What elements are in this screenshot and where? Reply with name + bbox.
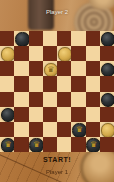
board-square[interactable]	[43, 122, 57, 137]
board-square[interactable]	[0, 92, 14, 107]
checkers-board: ♛♛♛♛♛	[0, 31, 114, 152]
board-square[interactable]	[86, 92, 100, 107]
checker-piece-dark[interactable]	[101, 93, 114, 108]
board-square[interactable]	[71, 137, 85, 152]
board-square[interactable]: ♛	[0, 137, 14, 152]
board-square[interactable]: ♛	[86, 137, 100, 152]
board-square[interactable]	[86, 107, 100, 122]
board-square[interactable]	[14, 122, 28, 137]
board-square[interactable]	[86, 61, 100, 76]
board-square[interactable]	[0, 31, 14, 46]
board-square[interactable]	[86, 31, 100, 46]
checker-piece-dark[interactable]: ♛	[29, 138, 44, 153]
board-square[interactable]	[14, 92, 28, 107]
opponent-bar: Player 2	[0, 0, 114, 31]
board-square[interactable]	[100, 107, 114, 122]
board-square[interactable]	[100, 76, 114, 91]
board-square[interactable]	[100, 122, 114, 137]
checker-piece-dark[interactable]	[101, 63, 114, 78]
checker-piece-dark[interactable]: ♛	[1, 138, 16, 153]
board-square[interactable]	[29, 122, 43, 137]
board-square[interactable]	[29, 107, 43, 122]
board-square[interactable]	[0, 61, 14, 76]
board-square[interactable]: ♛	[71, 122, 85, 137]
board-square[interactable]	[14, 107, 28, 122]
checker-piece-dark[interactable]	[1, 108, 16, 123]
checkers-app: Player 2 ♛♛♛♛♛ START! Player 1	[0, 0, 114, 182]
crown-icon: ♛	[47, 66, 54, 74]
board-square[interactable]	[43, 137, 57, 152]
board-square[interactable]	[14, 46, 28, 61]
board-square[interactable]	[100, 92, 114, 107]
board-square[interactable]	[29, 31, 43, 46]
checker-piece-dark[interactable]: ♛	[72, 123, 87, 138]
board-square[interactable]	[43, 76, 57, 91]
board-square[interactable]	[0, 76, 14, 91]
player1-label: Player 1	[0, 169, 114, 175]
board-square[interactable]	[86, 122, 100, 137]
wooden-piece-stack-photo	[28, 0, 54, 30]
crown-icon: ♛	[5, 141, 12, 149]
board-square[interactable]	[0, 122, 14, 137]
board-square[interactable]	[57, 107, 71, 122]
board-square[interactable]	[71, 107, 85, 122]
crown-icon: ♛	[90, 141, 97, 149]
board-square[interactable]	[14, 76, 28, 91]
board-square[interactable]	[100, 31, 114, 46]
board-square[interactable]	[57, 61, 71, 76]
board-square[interactable]	[43, 31, 57, 46]
board-square[interactable]	[100, 137, 114, 152]
checker-piece-dark[interactable]: ♛	[86, 138, 101, 153]
board-square[interactable]	[0, 107, 14, 122]
board-square[interactable]	[43, 46, 57, 61]
board-square[interactable]	[29, 61, 43, 76]
crown-icon: ♛	[33, 141, 40, 149]
status-bar: START! Player 1	[0, 152, 114, 182]
board-square[interactable]	[43, 107, 57, 122]
board-square[interactable]	[14, 31, 28, 46]
board-square[interactable]: ♛	[43, 61, 57, 76]
checker-piece-dark[interactable]	[101, 32, 114, 47]
board-square[interactable]	[71, 31, 85, 46]
board-square[interactable]	[100, 46, 114, 61]
checker-piece-yellow[interactable]	[101, 123, 114, 138]
board-square[interactable]	[57, 76, 71, 91]
board-square[interactable]	[57, 137, 71, 152]
checker-piece-dark[interactable]	[15, 32, 30, 47]
crown-icon: ♛	[76, 126, 83, 134]
game-status-text: START!	[0, 156, 114, 163]
board-square[interactable]	[86, 76, 100, 91]
player2-label: Player 2	[0, 9, 114, 15]
board-square[interactable]	[71, 76, 85, 91]
board-square[interactable]	[29, 92, 43, 107]
board-square[interactable]	[14, 61, 28, 76]
board-square[interactable]	[14, 137, 28, 152]
board-square[interactable]	[43, 92, 57, 107]
board-square[interactable]	[71, 61, 85, 76]
board-square[interactable]: ♛	[29, 137, 43, 152]
board-square[interactable]	[57, 46, 71, 61]
checker-piece-yellow[interactable]	[58, 47, 73, 62]
board-square[interactable]	[0, 46, 14, 61]
board-square[interactable]	[57, 92, 71, 107]
board-square[interactable]	[57, 122, 71, 137]
checker-piece-yellow[interactable]: ♛	[44, 63, 59, 78]
board-square[interactable]	[57, 31, 71, 46]
board-square[interactable]	[100, 61, 114, 76]
board-square[interactable]	[86, 46, 100, 61]
board-square[interactable]	[71, 46, 85, 61]
board-square[interactable]	[29, 76, 43, 91]
checker-piece-yellow[interactable]	[1, 47, 16, 62]
board-square[interactable]	[29, 46, 43, 61]
board-square[interactable]	[71, 92, 85, 107]
